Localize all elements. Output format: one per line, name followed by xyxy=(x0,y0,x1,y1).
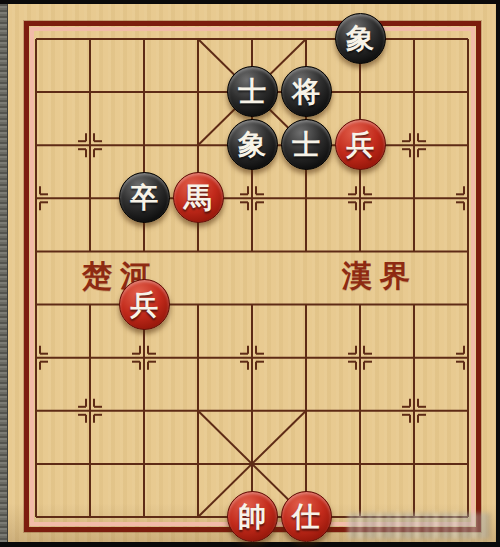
red-horse-1[interactable]: 馬 xyxy=(173,172,224,223)
piece-glyph: 象 xyxy=(238,130,266,159)
xiangqi-screenshot: 楚河 漢界 象士将象士兵卒馬兵帥仕 xyxy=(0,0,500,547)
piece-glyph: 兵 xyxy=(130,290,158,319)
piece-glyph: 帥 xyxy=(238,502,266,531)
red-pawn-1[interactable]: 兵 xyxy=(335,119,386,170)
black-elephant-2[interactable]: 象 xyxy=(227,119,278,170)
board: 象士将象士兵卒馬兵帥仕 xyxy=(9,12,495,543)
red-advisor-1[interactable]: 仕 xyxy=(281,491,332,542)
piece-glyph: 兵 xyxy=(346,130,374,159)
black-advisor-1[interactable]: 士 xyxy=(227,66,278,117)
black-advisor-2[interactable]: 士 xyxy=(281,119,332,170)
piece-glyph: 卒 xyxy=(130,183,158,212)
piece-glyph: 士 xyxy=(238,77,266,106)
piece-glyph: 将 xyxy=(292,77,320,106)
red-general[interactable]: 帥 xyxy=(227,491,278,542)
blurred-watermark xyxy=(348,513,490,539)
black-pawn-1[interactable]: 卒 xyxy=(119,172,170,223)
black-elephant-1[interactable]: 象 xyxy=(335,13,386,64)
piece-glyph: 士 xyxy=(292,130,320,159)
red-pawn-2[interactable]: 兵 xyxy=(119,279,170,330)
piece-glyph: 象 xyxy=(346,24,374,53)
piece-glyph: 馬 xyxy=(184,183,212,212)
screen-edge-bottom xyxy=(0,542,500,547)
black-general[interactable]: 将 xyxy=(281,66,332,117)
piece-glyph: 仕 xyxy=(292,502,320,531)
